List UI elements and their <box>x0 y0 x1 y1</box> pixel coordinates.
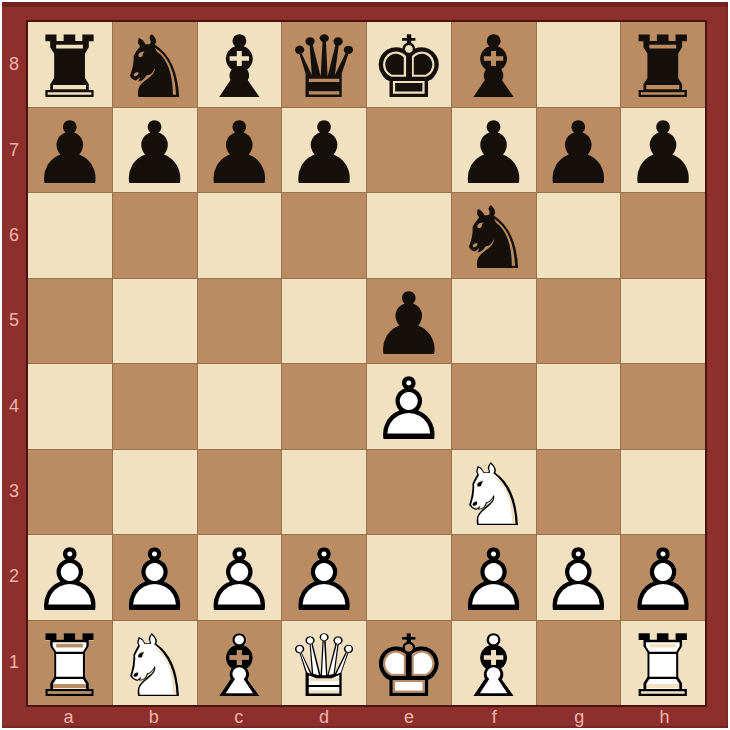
piece-white-knight: ♞♘ <box>113 621 197 706</box>
piece-fill-glyph: ♟ <box>113 538 197 623</box>
square-g5[interactable] <box>537 279 621 364</box>
square-a5[interactable] <box>28 279 112 364</box>
square-h1[interactable]: ♜♖ <box>621 621 705 706</box>
file-label-h: h <box>622 707 707 728</box>
piece-white-pawn: ♟♙ <box>282 535 366 620</box>
piece-black-pawn: ♟ <box>452 108 536 193</box>
square-b1[interactable]: ♞♘ <box>113 621 197 706</box>
square-b4[interactable] <box>113 364 197 449</box>
piece-fill-glyph: ♛ <box>282 624 366 709</box>
piece-black-pawn: ♟ <box>282 108 366 193</box>
piece-black-pawn: ♟ <box>198 108 282 193</box>
piece-fill-glyph: ♟ <box>537 538 621 623</box>
piece-white-pawn: ♟♙ <box>113 535 197 620</box>
square-a2[interactable]: ♟♙ <box>28 535 112 620</box>
piece-glyph: ♟ <box>113 111 197 196</box>
piece-outline-glyph: ♘ <box>113 624 197 709</box>
square-c2[interactable]: ♟♙ <box>198 535 282 620</box>
piece-glyph: ♛ <box>282 25 366 110</box>
piece-outline-glyph: ♘ <box>452 453 536 538</box>
piece-fill-glyph: ♟ <box>28 538 112 623</box>
square-c3[interactable] <box>198 450 282 535</box>
square-e8[interactable]: ♚ <box>367 22 451 107</box>
rank-label-4: 4 <box>2 364 26 449</box>
piece-outline-glyph: ♙ <box>452 538 536 623</box>
piece-white-pawn: ♟♙ <box>198 535 282 620</box>
square-e4[interactable]: ♟♙ <box>367 364 451 449</box>
piece-white-pawn: ♟♙ <box>28 535 112 620</box>
square-f1[interactable]: ♝♗ <box>452 621 536 706</box>
square-h7[interactable]: ♟ <box>621 108 705 193</box>
piece-outline-glyph: ♗ <box>452 624 536 709</box>
piece-fill-glyph: ♚ <box>367 624 451 709</box>
piece-black-pawn: ♟ <box>113 108 197 193</box>
square-g3[interactable] <box>537 450 621 535</box>
square-g6[interactable] <box>537 193 621 278</box>
piece-fill-glyph: ♜ <box>621 624 705 709</box>
square-d3[interactable] <box>282 450 366 535</box>
piece-white-pawn: ♟♙ <box>367 364 451 449</box>
piece-black-pawn: ♟ <box>28 108 112 193</box>
piece-glyph: ♜ <box>28 25 112 110</box>
piece-fill-glyph: ♟ <box>621 538 705 623</box>
square-b5[interactable] <box>113 279 197 364</box>
piece-glyph: ♝ <box>452 25 536 110</box>
square-d1[interactable]: ♛♕ <box>282 621 366 706</box>
square-d2[interactable]: ♟♙ <box>282 535 366 620</box>
piece-outline-glyph: ♗ <box>198 624 282 709</box>
piece-glyph: ♞ <box>452 196 536 281</box>
square-f3[interactable]: ♞♘ <box>452 450 536 535</box>
chess-diagram: 87654321 ♜♞♝♛♚♝♜♟♟♟♟♟♟♟♞♟♟♙♞♘♟♙♟♙♟♙♟♙♟♙♟… <box>0 0 730 730</box>
rank-label-1: 1 <box>2 620 26 705</box>
square-c4[interactable] <box>198 364 282 449</box>
piece-outline-glyph: ♕ <box>282 624 366 709</box>
piece-outline-glyph: ♙ <box>537 538 621 623</box>
piece-glyph: ♟ <box>537 111 621 196</box>
piece-white-pawn: ♟♙ <box>452 535 536 620</box>
square-g7[interactable]: ♟ <box>537 108 621 193</box>
piece-outline-glyph: ♙ <box>367 367 451 452</box>
piece-glyph: ♝ <box>198 25 282 110</box>
square-e6[interactable] <box>367 193 451 278</box>
rank-label-2: 2 <box>2 534 26 619</box>
piece-black-queen: ♛ <box>282 22 366 107</box>
piece-glyph: ♟ <box>621 111 705 196</box>
piece-fill-glyph: ♞ <box>113 624 197 709</box>
square-c6[interactable] <box>198 193 282 278</box>
square-e2[interactable] <box>367 535 451 620</box>
square-e7[interactable] <box>367 108 451 193</box>
square-e5[interactable]: ♟ <box>367 279 451 364</box>
square-b7[interactable]: ♟ <box>113 108 197 193</box>
chess-board: ♜♞♝♛♚♝♜♟♟♟♟♟♟♟♞♟♟♙♞♘♟♙♟♙♟♙♟♙♟♙♟♙♟♙♜♖♞♘♝♗… <box>26 20 707 707</box>
piece-outline-glyph: ♙ <box>113 538 197 623</box>
rank-label-3: 3 <box>2 449 26 534</box>
square-c5[interactable] <box>198 279 282 364</box>
square-e3[interactable] <box>367 450 451 535</box>
piece-outline-glyph: ♙ <box>282 538 366 623</box>
square-g4[interactable] <box>537 364 621 449</box>
square-h3[interactable] <box>621 450 705 535</box>
square-e1[interactable]: ♚♔ <box>367 621 451 706</box>
piece-glyph: ♟ <box>198 111 282 196</box>
file-label-d: d <box>281 707 366 728</box>
square-d5[interactable] <box>282 279 366 364</box>
square-f4[interactable] <box>452 364 536 449</box>
square-b3[interactable] <box>113 450 197 535</box>
square-c1[interactable]: ♝♗ <box>198 621 282 706</box>
piece-white-knight: ♞♘ <box>452 450 536 535</box>
rank-label-6: 6 <box>2 193 26 278</box>
square-a1[interactable]: ♜♖ <box>28 621 112 706</box>
square-h5[interactable] <box>621 279 705 364</box>
square-f6[interactable]: ♞ <box>452 193 536 278</box>
piece-white-rook: ♜♖ <box>621 621 705 706</box>
square-d7[interactable]: ♟ <box>282 108 366 193</box>
square-b8[interactable]: ♞ <box>113 22 197 107</box>
square-h6[interactable] <box>621 193 705 278</box>
square-h8[interactable]: ♜ <box>621 22 705 107</box>
piece-black-pawn: ♟ <box>367 279 451 364</box>
rank-label-5: 5 <box>2 278 26 363</box>
square-g2[interactable]: ♟♙ <box>537 535 621 620</box>
file-label-c: c <box>196 707 281 728</box>
piece-black-bishop: ♝ <box>198 22 282 107</box>
square-f5[interactable] <box>452 279 536 364</box>
square-a4[interactable] <box>28 364 112 449</box>
piece-fill-glyph: ♟ <box>198 538 282 623</box>
square-g1[interactable] <box>537 621 621 706</box>
piece-white-bishop: ♝♗ <box>452 621 536 706</box>
piece-glyph: ♟ <box>28 111 112 196</box>
piece-white-rook: ♜♖ <box>28 621 112 706</box>
file-label-a: a <box>26 707 111 728</box>
piece-outline-glyph: ♔ <box>367 624 451 709</box>
square-b6[interactable] <box>113 193 197 278</box>
piece-white-bishop: ♝♗ <box>198 621 282 706</box>
board-frame: 87654321 ♜♞♝♛♚♝♜♟♟♟♟♟♟♟♞♟♟♙♞♘♟♙♟♙♟♙♟♙♟♙♟… <box>2 2 728 728</box>
piece-black-pawn: ♟ <box>537 108 621 193</box>
file-label-e: e <box>367 707 452 728</box>
piece-white-king: ♚♔ <box>367 621 451 706</box>
square-h2[interactable]: ♟♙ <box>621 535 705 620</box>
file-label-f: f <box>452 707 537 728</box>
piece-fill-glyph: ♟ <box>282 538 366 623</box>
square-d4[interactable] <box>282 364 366 449</box>
piece-glyph: ♟ <box>367 282 451 367</box>
piece-black-bishop: ♝ <box>452 22 536 107</box>
square-c7[interactable]: ♟ <box>198 108 282 193</box>
file-labels: abcdefgh <box>26 707 707 728</box>
piece-black-rook: ♜ <box>28 22 112 107</box>
piece-fill-glyph: ♜ <box>28 624 112 709</box>
piece-white-pawn: ♟♙ <box>621 535 705 620</box>
piece-glyph: ♟ <box>452 111 536 196</box>
square-a6[interactable] <box>28 193 112 278</box>
rank-label-7: 7 <box>2 107 26 192</box>
square-d6[interactable] <box>282 193 366 278</box>
square-b2[interactable]: ♟♙ <box>113 535 197 620</box>
square-h4[interactable] <box>621 364 705 449</box>
square-f2[interactable]: ♟♙ <box>452 535 536 620</box>
piece-black-king: ♚ <box>367 22 451 107</box>
square-a7[interactable]: ♟ <box>28 108 112 193</box>
square-f7[interactable]: ♟ <box>452 108 536 193</box>
piece-black-rook: ♜ <box>621 22 705 107</box>
piece-outline-glyph: ♖ <box>621 624 705 709</box>
square-d8[interactable]: ♛ <box>282 22 366 107</box>
piece-outline-glyph: ♙ <box>28 538 112 623</box>
square-f8[interactable]: ♝ <box>452 22 536 107</box>
piece-fill-glyph: ♝ <box>198 624 282 709</box>
piece-outline-glyph: ♙ <box>621 538 705 623</box>
piece-outline-glyph: ♙ <box>198 538 282 623</box>
piece-glyph: ♚ <box>367 25 451 110</box>
rank-label-8: 8 <box>2 22 26 107</box>
piece-fill-glyph: ♝ <box>452 624 536 709</box>
piece-outline-glyph: ♖ <box>28 624 112 709</box>
piece-white-queen: ♛♕ <box>282 621 366 706</box>
piece-glyph: ♞ <box>113 25 197 110</box>
piece-glyph: ♜ <box>621 25 705 110</box>
piece-black-knight: ♞ <box>452 193 536 278</box>
piece-fill-glyph: ♟ <box>367 367 451 452</box>
piece-black-pawn: ♟ <box>621 108 705 193</box>
rank-labels: 87654321 <box>2 22 26 705</box>
piece-white-pawn: ♟♙ <box>537 535 621 620</box>
file-label-b: b <box>111 707 196 728</box>
piece-glyph: ♟ <box>282 111 366 196</box>
piece-fill-glyph: ♟ <box>452 538 536 623</box>
square-a3[interactable] <box>28 450 112 535</box>
square-g8[interactable] <box>537 22 621 107</box>
file-label-g: g <box>537 707 622 728</box>
square-a8[interactable]: ♜ <box>28 22 112 107</box>
square-c8[interactable]: ♝ <box>198 22 282 107</box>
piece-fill-glyph: ♞ <box>452 453 536 538</box>
piece-black-knight: ♞ <box>113 22 197 107</box>
